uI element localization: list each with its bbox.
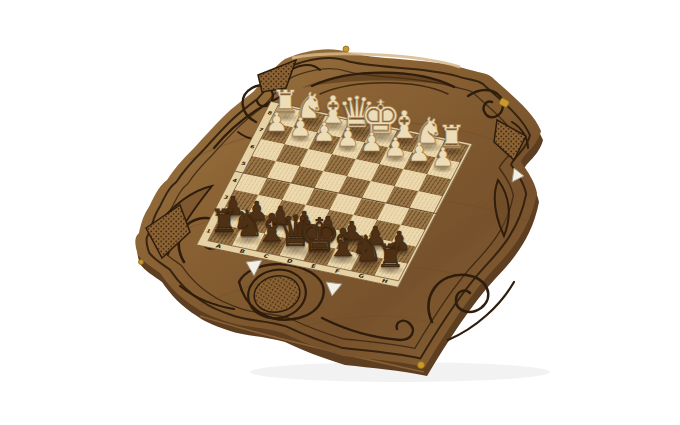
product-photo-canvas: 87654321ABCDEFGH ♜♞♝♛♚♝♞♜♟♟♟♟♟♟♟♟♟♟♟♟♟♟♟… [0, 0, 680, 425]
brass-hardware [0, 0, 680, 425]
brass-pin [139, 260, 144, 265]
brass-latch [499, 97, 510, 107]
brass-foot [418, 362, 425, 369]
brass-hinge-knob [343, 46, 349, 52]
